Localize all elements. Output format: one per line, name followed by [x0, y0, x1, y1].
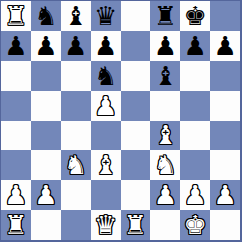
white-rook[interactable]: ♜ [4, 3, 27, 29]
chess-board: ♜♞♝♛♜♚♟♟♟♟♟♟♟♞♝♟♝♞♝♞♟♟♟♟♟♜♛♜♚ [0, 0, 242, 242]
square-h5[interactable] [210, 91, 240, 121]
square-g6[interactable] [180, 61, 210, 91]
square-g1[interactable]: ♚ [180, 210, 210, 240]
square-d3[interactable]: ♝ [91, 150, 121, 180]
square-c1[interactable] [61, 210, 91, 240]
white-knight[interactable]: ♞ [64, 152, 87, 178]
white-bishop[interactable]: ♝ [94, 152, 117, 178]
square-e4[interactable] [121, 121, 151, 151]
square-d2[interactable] [91, 180, 121, 210]
square-a7[interactable]: ♟ [1, 31, 31, 61]
square-e2[interactable] [121, 180, 151, 210]
square-d5[interactable]: ♟ [91, 91, 121, 121]
square-h7[interactable]: ♟ [210, 31, 240, 61]
white-queen[interactable]: ♛ [94, 212, 117, 238]
black-bishop[interactable]: ♝ [154, 63, 177, 89]
square-c6[interactable] [61, 61, 91, 91]
square-b5[interactable] [31, 91, 61, 121]
square-g4[interactable] [180, 121, 210, 151]
square-a5[interactable] [1, 91, 31, 121]
square-c7[interactable]: ♟ [61, 31, 91, 61]
black-pawn[interactable]: ♟ [213, 33, 236, 59]
square-e5[interactable] [121, 91, 151, 121]
square-b4[interactable] [31, 121, 61, 151]
black-pawn[interactable]: ♟ [154, 33, 177, 59]
white-rook[interactable]: ♜ [124, 212, 147, 238]
square-c4[interactable] [61, 121, 91, 151]
square-e1[interactable]: ♜ [121, 210, 151, 240]
square-h8[interactable] [210, 1, 240, 31]
white-pawn[interactable]: ♟ [213, 182, 236, 208]
white-knight[interactable]: ♞ [154, 152, 177, 178]
square-e6[interactable] [121, 61, 151, 91]
square-h3[interactable] [210, 150, 240, 180]
square-h1[interactable] [210, 210, 240, 240]
square-g5[interactable] [180, 91, 210, 121]
white-pawn[interactable]: ♟ [154, 182, 177, 208]
square-f3[interactable]: ♞ [150, 150, 180, 180]
square-c8[interactable]: ♝ [61, 1, 91, 31]
black-pawn[interactable]: ♟ [64, 33, 87, 59]
square-a3[interactable] [1, 150, 31, 180]
square-b8[interactable]: ♞ [31, 1, 61, 31]
black-queen[interactable]: ♛ [94, 3, 117, 29]
black-pawn[interactable]: ♟ [184, 33, 207, 59]
white-pawn[interactable]: ♟ [34, 182, 57, 208]
square-a2[interactable]: ♟ [1, 180, 31, 210]
square-h4[interactable] [210, 121, 240, 151]
square-a1[interactable]: ♜ [1, 210, 31, 240]
square-e7[interactable] [121, 31, 151, 61]
square-b1[interactable] [31, 210, 61, 240]
white-bishop[interactable]: ♝ [154, 122, 177, 148]
square-f6[interactable]: ♝ [150, 61, 180, 91]
square-h2[interactable]: ♟ [210, 180, 240, 210]
square-e8[interactable] [121, 1, 151, 31]
square-f8[interactable]: ♜ [150, 1, 180, 31]
black-king[interactable]: ♚ [184, 3, 207, 29]
square-d6[interactable]: ♞ [91, 61, 121, 91]
white-pawn[interactable]: ♟ [94, 93, 117, 119]
square-g8[interactable]: ♚ [180, 1, 210, 31]
square-f4[interactable]: ♝ [150, 121, 180, 151]
square-f7[interactable]: ♟ [150, 31, 180, 61]
square-c5[interactable] [61, 91, 91, 121]
black-knight[interactable]: ♞ [94, 63, 117, 89]
white-pawn[interactable]: ♟ [184, 182, 207, 208]
square-g2[interactable]: ♟ [180, 180, 210, 210]
square-f2[interactable]: ♟ [150, 180, 180, 210]
square-a6[interactable] [1, 61, 31, 91]
square-f5[interactable] [150, 91, 180, 121]
square-c2[interactable] [61, 180, 91, 210]
black-knight[interactable]: ♞ [34, 3, 57, 29]
square-b2[interactable]: ♟ [31, 180, 61, 210]
square-d8[interactable]: ♛ [91, 1, 121, 31]
black-pawn[interactable]: ♟ [94, 33, 117, 59]
white-rook[interactable]: ♜ [4, 212, 27, 238]
square-f1[interactable] [150, 210, 180, 240]
square-c3[interactable]: ♞ [61, 150, 91, 180]
black-pawn[interactable]: ♟ [34, 33, 57, 59]
square-d1[interactable]: ♛ [91, 210, 121, 240]
black-bishop[interactable]: ♝ [64, 3, 87, 29]
square-g3[interactable] [180, 150, 210, 180]
square-a8[interactable]: ♜ [1, 1, 31, 31]
square-d7[interactable]: ♟ [91, 31, 121, 61]
white-pawn[interactable]: ♟ [4, 182, 27, 208]
square-e3[interactable] [121, 150, 151, 180]
square-d4[interactable] [91, 121, 121, 151]
square-h6[interactable] [210, 61, 240, 91]
white-king[interactable]: ♚ [184, 212, 207, 238]
square-g7[interactable]: ♟ [180, 31, 210, 61]
square-b6[interactable] [31, 61, 61, 91]
square-b7[interactable]: ♟ [31, 31, 61, 61]
black-pawn[interactable]: ♟ [4, 33, 27, 59]
square-b3[interactable] [31, 150, 61, 180]
square-a4[interactable] [1, 121, 31, 151]
black-rook[interactable]: ♜ [154, 3, 177, 29]
